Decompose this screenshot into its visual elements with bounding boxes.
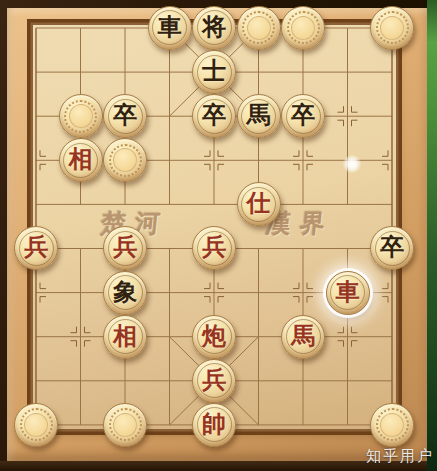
piece-hidden-black-piece[interactable] (59, 94, 103, 138)
xiangqi-app-screenshot: 楚河 漢界 車将士卒卒馬卒相仕兵兵兵卒象車相炮馬兵帥 知乎用户 (0, 0, 437, 471)
piece-glyph: 帥 (202, 412, 226, 436)
piece-black-elephant[interactable]: 象 (103, 271, 147, 315)
piece-glyph: 兵 (113, 235, 137, 259)
piece-glyph: 相 (113, 324, 137, 348)
piece-glyph: 卒 (113, 103, 137, 127)
piece-glyph: 炮 (202, 324, 226, 348)
piece-glyph: 車 (336, 280, 360, 304)
piece-glyph: 卒 (380, 235, 404, 259)
piece-black-soldier[interactable]: 卒 (192, 94, 236, 138)
piece-hidden-red-piece[interactable] (14, 403, 58, 447)
piece-red-soldier[interactable]: 兵 (192, 226, 236, 270)
piece-red-elephant[interactable]: 相 (103, 315, 147, 359)
piece-black-general[interactable]: 将 (192, 6, 236, 50)
piece-red-soldier[interactable]: 兵 (103, 226, 147, 270)
piece-red-chariot[interactable]: 車 (326, 271, 370, 315)
piece-red-elephant[interactable]: 相 (59, 138, 103, 182)
piece-glyph: 馬 (247, 103, 271, 127)
left-edge-strip (0, 0, 7, 471)
piece-glyph: 士 (202, 59, 226, 83)
piece-black-chariot[interactable]: 車 (148, 6, 192, 50)
piece-glyph: 車 (158, 15, 182, 39)
sparkle-effect (343, 155, 361, 173)
watermark: 知乎用户 (366, 447, 434, 466)
background-green-strip (427, 0, 437, 471)
piece-black-soldier[interactable]: 卒 (370, 226, 414, 270)
piece-glyph: 将 (202, 15, 226, 39)
piece-glyph: 仕 (247, 191, 271, 215)
piece-hidden-black-piece[interactable] (103, 138, 147, 182)
piece-red-horse[interactable]: 馬 (281, 315, 325, 359)
piece-hidden-black-piece[interactable] (237, 6, 281, 50)
piece-glyph: 卒 (202, 103, 226, 127)
piece-glyph: 兵 (202, 368, 226, 392)
piece-hidden-black-piece[interactable] (370, 6, 414, 50)
piece-glyph: 馬 (291, 324, 315, 348)
piece-red-cannon[interactable]: 炮 (192, 315, 236, 359)
piece-glyph: 相 (69, 147, 93, 171)
piece-black-advisor[interactable]: 士 (192, 50, 236, 94)
piece-black-soldier[interactable]: 卒 (281, 94, 325, 138)
piece-hidden-black-piece[interactable] (281, 6, 325, 50)
piece-hidden-red-piece[interactable] (103, 403, 147, 447)
piece-glyph: 卒 (291, 103, 315, 127)
piece-glyph: 兵 (24, 235, 48, 259)
piece-black-soldier[interactable]: 卒 (103, 94, 147, 138)
piece-glyph: 象 (113, 280, 137, 304)
piece-red-general[interactable]: 帥 (192, 403, 236, 447)
piece-glyph: 兵 (202, 235, 226, 259)
piece-red-soldier[interactable]: 兵 (192, 359, 236, 403)
piece-red-soldier[interactable]: 兵 (14, 226, 58, 270)
piece-red-advisor[interactable]: 仕 (237, 182, 281, 226)
board[interactable]: 車将士卒卒馬卒相仕兵兵兵卒象車相炮馬兵帥 (14, 6, 415, 447)
piece-hidden-red-piece[interactable] (370, 403, 414, 447)
piece-black-horse[interactable]: 馬 (237, 94, 281, 138)
